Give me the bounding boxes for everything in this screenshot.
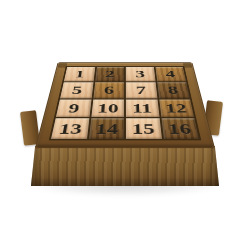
tile-number: 14 [95,121,118,136]
tile-10[interactable]: 10 [91,99,124,117]
tile-number: 6 [104,84,115,96]
tile-15[interactable]: 15 [126,118,162,139]
tile-1[interactable]: 1 [64,67,95,81]
tile-number: 2 [105,69,115,79]
tile-9[interactable]: 9 [56,99,91,117]
tile-number: 10 [97,102,119,115]
tile-number: 5 [71,84,83,96]
tile-number: 12 [164,102,187,115]
tile-13[interactable]: 13 [51,118,89,139]
tile-number: 15 [132,121,155,136]
puzzle-board: 1 2 3 4 5 6 7 8 9 10 11 12 13 14 15 16 [35,62,215,148]
tile-number: 1 [74,69,85,79]
tile-14[interactable]: 14 [88,118,124,139]
product-photo-stage: 1 2 3 4 5 6 7 8 9 10 11 12 13 14 15 16 [0,0,250,250]
box-front-wall [31,146,219,186]
tile-number: 8 [167,84,179,96]
tile-8[interactable]: 8 [157,82,190,98]
tile-5[interactable]: 5 [60,82,93,98]
tile-number: 4 [165,69,176,79]
tile-7[interactable]: 7 [126,82,157,98]
tile-3[interactable]: 3 [126,67,155,81]
tile-12[interactable]: 12 [159,99,194,117]
tile-number: 7 [136,84,147,96]
tile-number: 16 [167,121,192,136]
tile-number: 3 [135,69,145,79]
tile-number: 13 [58,121,83,136]
tile-grid: 1 2 3 4 5 6 7 8 9 10 11 12 13 14 15 16 [49,66,202,140]
tile-4[interactable]: 4 [155,67,186,81]
tile-number: 9 [67,102,80,115]
tile-2[interactable]: 2 [95,67,124,81]
tile-11[interactable]: 11 [126,99,159,117]
tile-number: 11 [132,102,153,115]
tile-6[interactable]: 6 [93,82,124,98]
tile-16[interactable]: 16 [161,118,199,139]
